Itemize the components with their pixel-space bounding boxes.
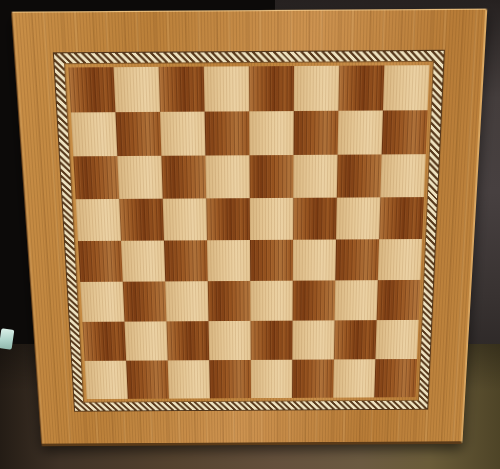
square-g6[interactable] [337,154,382,197]
square-f1[interactable] [292,359,334,397]
square-h6[interactable] [380,154,425,197]
square-a6[interactable] [73,156,119,199]
square-g4[interactable] [335,239,379,280]
square-d2[interactable] [208,321,250,360]
square-b1[interactable] [126,360,169,398]
square-d5[interactable] [206,198,250,240]
square-e7[interactable] [249,111,294,155]
square-d1[interactable] [209,360,251,398]
square-e3[interactable] [250,281,293,321]
square-b2[interactable] [124,321,167,360]
square-g3[interactable] [335,280,378,320]
square-a3[interactable] [80,282,124,322]
square-a2[interactable] [82,322,126,361]
square-h4[interactable] [378,239,422,280]
square-g2[interactable] [334,320,377,359]
square-b4[interactable] [121,241,165,282]
square-h7[interactable] [382,110,428,154]
square-c4[interactable] [164,240,208,281]
square-f3[interactable] [293,280,336,320]
square-g8[interactable] [338,65,384,110]
square-a1[interactable] [85,361,128,399]
square-c5[interactable] [163,198,207,240]
square-d6[interactable] [205,155,249,198]
square-f6[interactable] [293,155,337,198]
square-a5[interactable] [76,199,121,241]
squares-grid [68,65,429,399]
square-e8[interactable] [249,66,294,111]
square-f2[interactable] [292,320,334,359]
square-e2[interactable] [251,321,293,360]
square-d4[interactable] [207,240,250,281]
square-b5[interactable] [119,199,164,241]
chess-board [11,9,487,447]
square-e6[interactable] [249,155,293,198]
square-g7[interactable] [338,110,383,154]
square-g1[interactable] [333,359,375,397]
square-h8[interactable] [383,65,430,110]
square-h3[interactable] [377,280,421,320]
square-e4[interactable] [250,240,293,281]
square-f7[interactable] [294,111,339,155]
square-e5[interactable] [250,198,294,240]
square-c2[interactable] [166,321,209,360]
scene [0,0,500,469]
square-b8[interactable] [114,67,161,112]
square-b3[interactable] [123,281,167,321]
square-h5[interactable] [379,197,424,239]
square-a8[interactable] [68,67,115,112]
square-c3[interactable] [165,281,208,321]
square-b7[interactable] [115,112,161,156]
square-c7[interactable] [160,112,205,156]
square-f8[interactable] [294,66,339,111]
square-f5[interactable] [293,198,337,240]
square-f4[interactable] [293,240,336,281]
square-d3[interactable] [208,281,251,321]
chess-board-3d-wrap [11,9,487,447]
square-h1[interactable] [374,359,417,397]
square-d7[interactable] [205,111,250,155]
square-h2[interactable] [375,320,418,359]
square-c6[interactable] [161,156,206,199]
square-c1[interactable] [168,360,210,398]
square-g5[interactable] [336,197,380,239]
square-c8[interactable] [159,67,205,112]
square-e1[interactable] [251,360,293,398]
square-d8[interactable] [204,66,249,111]
square-a7[interactable] [71,112,117,156]
square-a4[interactable] [78,241,123,282]
square-b6[interactable] [117,156,162,199]
